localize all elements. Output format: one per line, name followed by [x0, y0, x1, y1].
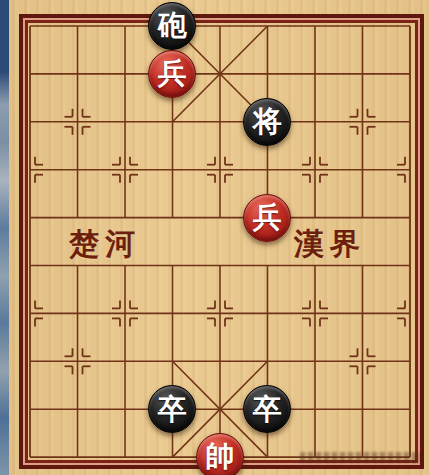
piece-red-soldier-1[interactable]: 兵: [148, 50, 196, 98]
piece-black-cannon[interactable]: 砲: [148, 2, 196, 50]
piece-grid[interactable]: 砲兵将兵卒卒帥: [6, 2, 429, 475]
piece-black-soldier-2[interactable]: 卒: [243, 385, 291, 433]
watermark-smudge: [300, 452, 422, 463]
piece-red-soldier-2[interactable]: 兵: [243, 194, 291, 242]
xiangqi-board-scene: 楚河 漢界 砲兵将兵卒卒帥: [0, 0, 429, 475]
piece-black-general[interactable]: 将: [243, 98, 291, 146]
piece-red-general[interactable]: 帥: [196, 433, 244, 475]
piece-black-soldier-1[interactable]: 卒: [148, 385, 196, 433]
